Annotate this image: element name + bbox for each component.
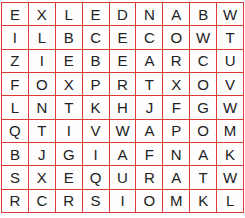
grid-cell[interactable]: A [136,50,163,73]
grid-cell[interactable]: U [217,50,244,73]
grid-cell[interactable]: L [2,96,29,119]
grid-cell[interactable]: Z [2,50,29,73]
grid-cell[interactable]: K [83,96,110,119]
grid-cell[interactable]: C [190,50,217,73]
grid-cell[interactable]: A [163,166,190,189]
grid-cell[interactable]: F [163,96,190,119]
grid-cell[interactable]: E [110,50,137,73]
grid-cell[interactable]: W [217,96,244,119]
grid-cell[interactable]: O [29,73,56,96]
grid-cell[interactable]: F [2,73,29,96]
grid-cell[interactable]: E [56,50,83,73]
grid-cell[interactable]: O [190,73,217,96]
grid-cell[interactable]: L [56,3,83,26]
grid-cell[interactable]: G [56,143,83,166]
grid-cell[interactable]: T [217,26,244,49]
grid-cell[interactable]: C [83,26,110,49]
grid-cell[interactable]: L [217,190,244,213]
grid-cell[interactable]: O [190,120,217,143]
grid-cell[interactable]: W [217,3,244,26]
grid-cell[interactable]: M [217,120,244,143]
grid-cell[interactable]: H [110,96,137,119]
grid-cell[interactable]: X [56,73,83,96]
grid-cell[interactable]: W [190,26,217,49]
grid-cell[interactable]: F [136,143,163,166]
grid-cell[interactable]: I [56,120,83,143]
grid-cell[interactable]: J [29,143,56,166]
grid-cell[interactable]: P [163,120,190,143]
grid-cell[interactable]: A [136,120,163,143]
grid-cell[interactable]: R [56,190,83,213]
grid-cell[interactable]: A [163,3,190,26]
grid-cell[interactable]: N [163,143,190,166]
grid-cell[interactable]: T [136,73,163,96]
word-search-grid: EXLEDNABWILBCECOWTZIEBEARCUFOXPRTXOVLNTK… [1,2,244,213]
grid-cell[interactable]: E [110,26,137,49]
grid-cell[interactable]: T [29,120,56,143]
grid-cell[interactable]: O [136,190,163,213]
grid-cell[interactable]: O [163,26,190,49]
grid-cell[interactable]: A [190,143,217,166]
grid-cell[interactable]: B [83,50,110,73]
grid-cell[interactable]: W [110,120,137,143]
grid-cell[interactable]: P [83,73,110,96]
grid-cell[interactable]: L [29,26,56,49]
grid-cell[interactable]: E [56,166,83,189]
grid-cell[interactable]: A [110,143,137,166]
grid-cell[interactable]: C [29,190,56,213]
grid-cell[interactable]: X [29,166,56,189]
grid-cell[interactable]: X [163,73,190,96]
grid-cell[interactable]: I [29,50,56,73]
grid-cell[interactable]: I [2,26,29,49]
grid-cell[interactable]: R [163,50,190,73]
grid-cell[interactable]: Q [83,166,110,189]
grid-cell[interactable]: B [56,26,83,49]
grid-cell[interactable]: S [83,190,110,213]
grid-cell[interactable]: B [190,3,217,26]
grid-cell[interactable]: G [190,96,217,119]
grid-cell[interactable]: W [217,166,244,189]
grid-cell[interactable]: I [110,190,137,213]
grid-cell[interactable]: T [56,96,83,119]
word-search-board: EXLEDNABWILBCECOWTZIEBEARCUFOXPRTXOVLNTK… [0,0,245,218]
grid-cell[interactable]: E [83,3,110,26]
grid-cell[interactable]: T [190,166,217,189]
grid-cell[interactable]: K [190,190,217,213]
grid-cell[interactable]: N [29,96,56,119]
grid-cell[interactable]: R [110,73,137,96]
grid-cell[interactable]: R [2,190,29,213]
grid-cell[interactable]: M [163,190,190,213]
grid-cell[interactable]: R [136,166,163,189]
grid-cell[interactable]: S [2,166,29,189]
grid-cell[interactable]: Q [2,120,29,143]
grid-cell[interactable]: K [217,143,244,166]
grid-cell[interactable]: N [136,3,163,26]
grid-cell[interactable]: X [29,3,56,26]
grid-cell[interactable]: I [83,143,110,166]
grid-cell[interactable]: D [110,3,137,26]
grid-cell[interactable]: E [2,3,29,26]
grid-cell[interactable]: V [217,73,244,96]
grid-cell[interactable]: J [136,96,163,119]
grid-cell[interactable]: V [83,120,110,143]
grid-cell[interactable]: C [136,26,163,49]
grid-cell[interactable]: B [2,143,29,166]
grid-cell[interactable]: U [110,166,137,189]
